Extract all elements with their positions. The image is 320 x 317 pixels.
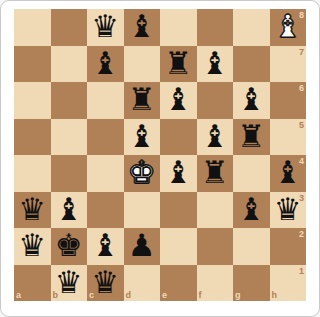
file-label-e: e: [162, 290, 167, 300]
black-king[interactable]: ♚: [55, 227, 83, 264]
rank-label-1: 1: [299, 266, 304, 276]
square-g3[interactable]: ♝: [233, 192, 270, 229]
square-d2[interactable]: ♟: [124, 228, 161, 265]
file-label-a: a: [16, 290, 21, 300]
square-d4[interactable]: ♚: [124, 155, 161, 192]
black-pawn[interactable]: ♟: [128, 227, 156, 264]
rank-label-5: 5: [299, 120, 304, 130]
black-bishop[interactable]: ♝: [91, 45, 119, 82]
chess-diagram-card: ♛♝♝8♝♜♝7♜♝♝6♝♝♜5♚♝♜♝4♛♝♝♛3♛♚♝♟2a♛b♛cdefg…: [0, 0, 320, 317]
square-a6[interactable]: [14, 82, 51, 119]
black-bishop[interactable]: ♝: [164, 154, 192, 191]
square-a7[interactable]: [14, 46, 51, 83]
square-a1[interactable]: a: [14, 265, 51, 302]
black-bishop[interactable]: ♝: [201, 118, 229, 155]
black-queen[interactable]: ♛: [18, 191, 46, 228]
square-b2[interactable]: ♚: [51, 228, 88, 265]
rank-label-6: 6: [299, 83, 304, 93]
black-bishop[interactable]: ♝: [55, 191, 83, 228]
chess-board: ♛♝♝8♝♜♝7♜♝♝6♝♝♜5♚♝♜♝4♛♝♝♛3♛♚♝♟2a♛b♛cdefg…: [14, 9, 306, 301]
black-rook[interactable]: ♜: [164, 45, 192, 82]
square-d7[interactable]: [124, 46, 161, 83]
square-g2[interactable]: [233, 228, 270, 265]
square-b3[interactable]: ♝: [51, 192, 88, 229]
square-c5[interactable]: [87, 119, 124, 156]
square-c1[interactable]: ♛c: [87, 265, 124, 302]
square-f8[interactable]: [197, 9, 234, 46]
file-label-g: g: [235, 290, 241, 300]
black-queen[interactable]: ♛: [18, 227, 46, 264]
black-queen[interactable]: ♛: [274, 191, 302, 228]
black-bishop[interactable]: ♝: [91, 227, 119, 264]
square-h8[interactable]: ♝8: [270, 9, 307, 46]
black-bishop[interactable]: ♝: [128, 8, 156, 45]
square-c2[interactable]: ♝: [87, 228, 124, 265]
square-g5[interactable]: ♜: [233, 119, 270, 156]
square-f4[interactable]: ♜: [197, 155, 234, 192]
square-e8[interactable]: [160, 9, 197, 46]
black-rook[interactable]: ♜: [237, 118, 265, 155]
square-g6[interactable]: ♝: [233, 82, 270, 119]
white-bishop[interactable]: ♝: [274, 8, 302, 45]
rank-label-2: 2: [299, 229, 304, 239]
square-f3[interactable]: [197, 192, 234, 229]
square-b4[interactable]: [51, 155, 88, 192]
square-g8[interactable]: [233, 9, 270, 46]
square-h4[interactable]: ♝4: [270, 155, 307, 192]
square-h3[interactable]: ♛3: [270, 192, 307, 229]
file-label-d: d: [126, 290, 132, 300]
square-c7[interactable]: ♝: [87, 46, 124, 83]
square-f1[interactable]: f: [197, 265, 234, 302]
square-g4[interactable]: [233, 155, 270, 192]
square-b6[interactable]: [51, 82, 88, 119]
square-h1[interactable]: 1h: [270, 265, 307, 302]
square-e2[interactable]: [160, 228, 197, 265]
square-f7[interactable]: ♝: [197, 46, 234, 83]
black-bishop[interactable]: ♝: [237, 81, 265, 118]
square-b7[interactable]: [51, 46, 88, 83]
square-e7[interactable]: ♜: [160, 46, 197, 83]
square-b8[interactable]: [51, 9, 88, 46]
square-b5[interactable]: [51, 119, 88, 156]
square-d5[interactable]: ♝: [124, 119, 161, 156]
square-f5[interactable]: ♝: [197, 119, 234, 156]
square-c6[interactable]: [87, 82, 124, 119]
square-f2[interactable]: [197, 228, 234, 265]
square-d6[interactable]: ♜: [124, 82, 161, 119]
square-c3[interactable]: [87, 192, 124, 229]
square-c8[interactable]: ♛: [87, 9, 124, 46]
square-h2[interactable]: 2: [270, 228, 307, 265]
square-e1[interactable]: e: [160, 265, 197, 302]
black-queen[interactable]: ♛: [55, 264, 83, 301]
square-f6[interactable]: [197, 82, 234, 119]
square-a4[interactable]: [14, 155, 51, 192]
square-d8[interactable]: ♝: [124, 9, 161, 46]
rank-label-7: 7: [299, 47, 304, 57]
square-h6[interactable]: 6: [270, 82, 307, 119]
black-queen[interactable]: ♛: [91, 8, 119, 45]
square-a5[interactable]: [14, 119, 51, 156]
square-g7[interactable]: [233, 46, 270, 83]
black-queen[interactable]: ♛: [91, 264, 119, 301]
square-b1[interactable]: ♛b: [51, 265, 88, 302]
white-king[interactable]: ♚: [128, 154, 156, 191]
black-bishop[interactable]: ♝: [274, 154, 302, 191]
square-a3[interactable]: ♛: [14, 192, 51, 229]
black-rook[interactable]: ♜: [128, 81, 156, 118]
black-bishop[interactable]: ♝: [164, 81, 192, 118]
file-label-h: h: [272, 290, 278, 300]
square-a8[interactable]: [14, 9, 51, 46]
black-bishop[interactable]: ♝: [237, 191, 265, 228]
black-bishop[interactable]: ♝: [128, 118, 156, 155]
square-h5[interactable]: 5: [270, 119, 307, 156]
square-e4[interactable]: ♝: [160, 155, 197, 192]
square-e5[interactable]: [160, 119, 197, 156]
square-e6[interactable]: ♝: [160, 82, 197, 119]
black-bishop[interactable]: ♝: [201, 45, 229, 82]
file-label-f: f: [199, 290, 202, 300]
square-d3[interactable]: [124, 192, 161, 229]
square-h7[interactable]: 7: [270, 46, 307, 83]
square-d1[interactable]: d: [124, 265, 161, 302]
square-e3[interactable]: [160, 192, 197, 229]
black-rook[interactable]: ♜: [201, 154, 229, 191]
square-c4[interactable]: [87, 155, 124, 192]
square-g1[interactable]: g: [233, 265, 270, 302]
square-a2[interactable]: ♛: [14, 228, 51, 265]
